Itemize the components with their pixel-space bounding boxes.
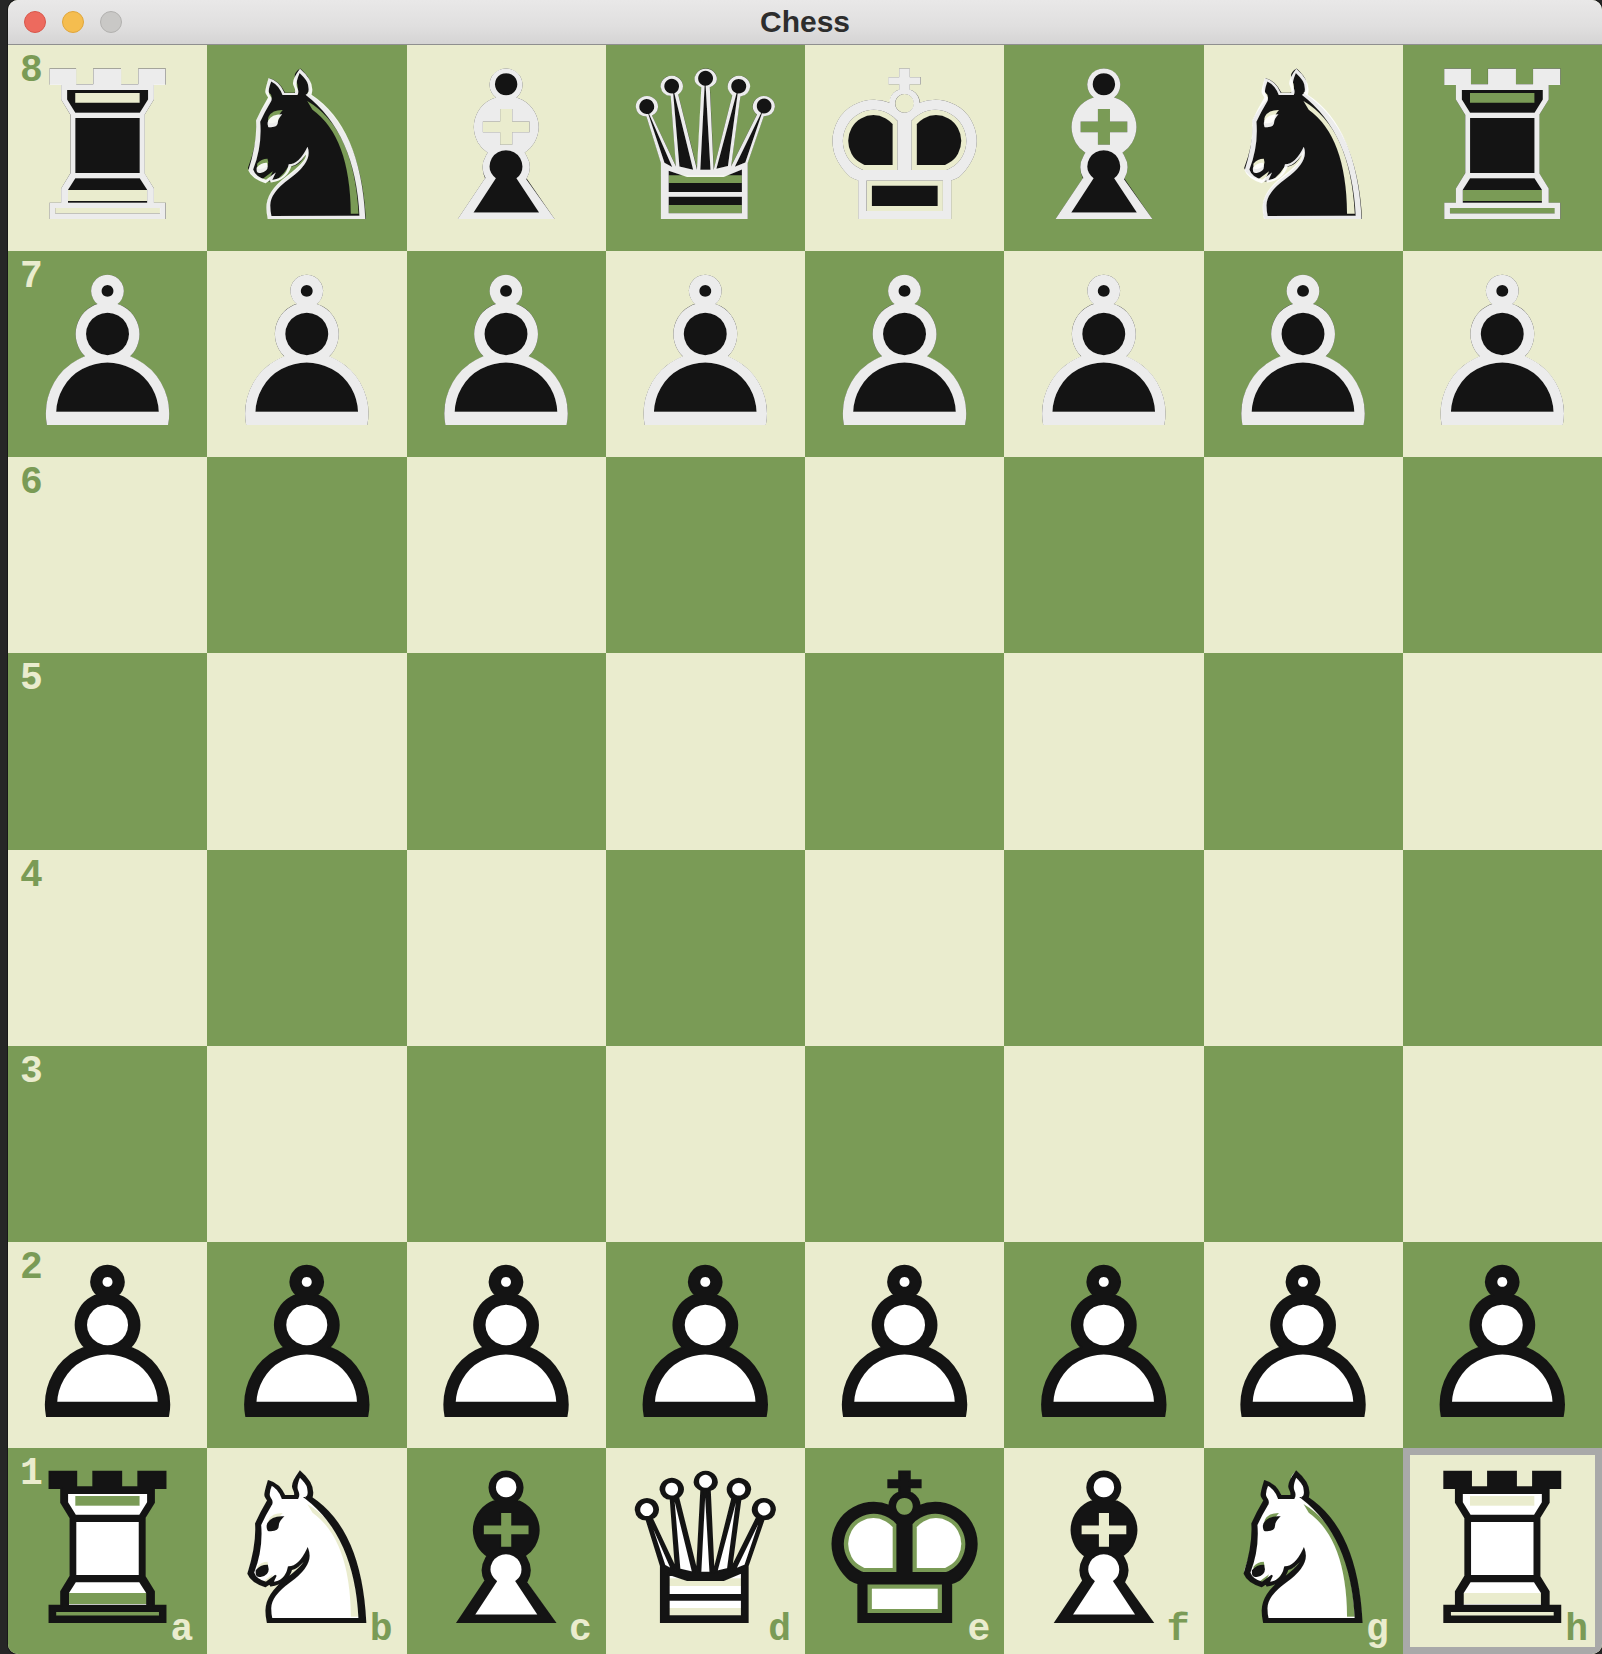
black-pawn-piece[interactable]: ♟♙: [407, 251, 606, 457]
piece-outline-glyph: ♘: [1204, 45, 1403, 251]
piece-outline-glyph: ♙: [1004, 251, 1203, 457]
square-e6[interactable]: [805, 457, 1004, 653]
black-pawn-piece[interactable]: ♟♙: [1004, 251, 1203, 457]
square-c4[interactable]: [407, 850, 606, 1046]
square-b4[interactable]: [207, 850, 406, 1046]
white-rook-piece[interactable]: ♜♖: [8, 1448, 207, 1654]
piece-outline-glyph: ♙: [805, 251, 1004, 457]
piece-outline-glyph: ♖: [8, 45, 207, 251]
square-a7[interactable]: ♟♙7: [8, 251, 207, 457]
square-e1[interactable]: ♚♔e: [805, 1448, 1004, 1654]
square-d3[interactable]: [606, 1046, 805, 1242]
square-c1[interactable]: ♝♗c: [407, 1448, 606, 1654]
square-h4[interactable]: [1403, 850, 1602, 1046]
chess-app-window: Chess ♜♖8♞♘♝♗♛♕♚♔♝♗♞♘♜♖♟♙7♟♙♟♙♟♙♟♙♟♙♟♙♟♙…: [8, 0, 1602, 1654]
square-f6[interactable]: [1004, 457, 1203, 653]
white-bishop-piece[interactable]: ♝♗: [407, 1448, 606, 1654]
white-rook-piece[interactable]: ♜♖: [1403, 1448, 1602, 1654]
black-rook-piece[interactable]: ♜♖: [1403, 45, 1602, 251]
square-e7[interactable]: ♟♙: [805, 251, 1004, 457]
square-f2[interactable]: ♟♙: [1004, 1242, 1203, 1448]
square-c6[interactable]: [407, 457, 606, 653]
square-h7[interactable]: ♟♙: [1403, 251, 1602, 457]
square-a6[interactable]: 6: [8, 457, 207, 653]
piece-outline-glyph: ♖: [1403, 45, 1602, 251]
piece-outline-glyph: ♙: [1204, 251, 1403, 457]
square-g1[interactable]: ♞♘g: [1204, 1448, 1403, 1654]
white-pawn-piece[interactable]: ♟♙: [207, 1242, 406, 1448]
square-h1[interactable]: ♜♖h: [1403, 1448, 1602, 1654]
square-e5[interactable]: [805, 653, 1004, 849]
piece-outline-glyph: ♙: [1403, 1242, 1602, 1448]
piece-outline-glyph: ♔: [805, 45, 1004, 251]
piece-outline-glyph: ♘: [207, 45, 406, 251]
chess-board: ♜♖8♞♘♝♗♛♕♚♔♝♗♞♘♜♖♟♙7♟♙♟♙♟♙♟♙♟♙♟♙♟♙6543♟♙…: [8, 45, 1602, 1654]
square-g4[interactable]: [1204, 850, 1403, 1046]
white-king-piece[interactable]: ♚♔: [805, 1448, 1004, 1654]
piece-outline-glyph: ♔: [805, 1448, 1004, 1654]
square-f1[interactable]: ♝♗f: [1004, 1448, 1203, 1654]
square-b1[interactable]: ♞♘b: [207, 1448, 406, 1654]
piece-outline-glyph: ♘: [207, 1448, 406, 1654]
piece-outline-glyph: ♙: [207, 251, 406, 457]
piece-outline-glyph: ♙: [1004, 1242, 1203, 1448]
square-e2[interactable]: ♟♙: [805, 1242, 1004, 1448]
white-pawn-piece[interactable]: ♟♙: [606, 1242, 805, 1448]
black-rook-piece[interactable]: ♜♖: [8, 45, 207, 251]
square-d7[interactable]: ♟♙: [606, 251, 805, 457]
square-a1[interactable]: ♜♖1a: [8, 1448, 207, 1654]
white-pawn-piece[interactable]: ♟♙: [407, 1242, 606, 1448]
black-knight-piece[interactable]: ♞♘: [207, 45, 406, 251]
rank-label-5: 5: [20, 660, 43, 698]
square-g3[interactable]: [1204, 1046, 1403, 1242]
white-queen-piece[interactable]: ♛♕: [606, 1448, 805, 1654]
square-h8[interactable]: ♜♖: [1403, 45, 1602, 251]
piece-outline-glyph: ♙: [606, 251, 805, 457]
piece-outline-glyph: ♙: [8, 1242, 207, 1448]
square-f7[interactable]: ♟♙: [1004, 251, 1203, 457]
rank-label-6: 6: [20, 464, 43, 502]
piece-outline-glyph: ♙: [207, 1242, 406, 1448]
white-bishop-piece[interactable]: ♝♗: [1004, 1448, 1203, 1654]
square-d5[interactable]: [606, 653, 805, 849]
square-d4[interactable]: [606, 850, 805, 1046]
black-pawn-piece[interactable]: ♟♙: [805, 251, 1004, 457]
square-b2[interactable]: ♟♙: [207, 1242, 406, 1448]
white-pawn-piece[interactable]: ♟♙: [1004, 1242, 1203, 1448]
piece-outline-glyph: ♕: [606, 45, 805, 251]
black-queen-piece[interactable]: ♛♕: [606, 45, 805, 251]
square-g2[interactable]: ♟♙: [1204, 1242, 1403, 1448]
square-f3[interactable]: [1004, 1046, 1203, 1242]
black-king-piece[interactable]: ♚♔: [805, 45, 1004, 251]
white-knight-piece[interactable]: ♞♘: [207, 1448, 406, 1654]
square-e3[interactable]: [805, 1046, 1004, 1242]
piece-outline-glyph: ♗: [407, 1448, 606, 1654]
square-f8[interactable]: ♝♗: [1004, 45, 1203, 251]
square-d1[interactable]: ♛♕d: [606, 1448, 805, 1654]
square-f4[interactable]: [1004, 850, 1203, 1046]
rank-label-3: 3: [20, 1053, 43, 1091]
black-bishop-piece[interactable]: ♝♗: [1004, 45, 1203, 251]
rank-label-4: 4: [20, 857, 43, 895]
square-e4[interactable]: [805, 850, 1004, 1046]
title-bar[interactable]: Chess: [8, 0, 1602, 45]
square-a2[interactable]: ♟♙2: [8, 1242, 207, 1448]
white-pawn-piece[interactable]: ♟♙: [8, 1242, 207, 1448]
black-bishop-piece[interactable]: ♝♗: [407, 45, 606, 251]
white-pawn-piece[interactable]: ♟♙: [805, 1242, 1004, 1448]
piece-outline-glyph: ♗: [1004, 1448, 1203, 1654]
piece-outline-glyph: ♙: [1403, 251, 1602, 457]
square-b7[interactable]: ♟♙: [207, 251, 406, 457]
square-c2[interactable]: ♟♙: [407, 1242, 606, 1448]
black-pawn-piece[interactable]: ♟♙: [1403, 251, 1602, 457]
black-pawn-piece[interactable]: ♟♙: [1204, 251, 1403, 457]
square-g6[interactable]: [1204, 457, 1403, 653]
square-h3[interactable]: [1403, 1046, 1602, 1242]
white-pawn-piece[interactable]: ♟♙: [1403, 1242, 1602, 1448]
square-d6[interactable]: [606, 457, 805, 653]
square-a4[interactable]: 4: [8, 850, 207, 1046]
piece-outline-glyph: ♘: [1204, 1448, 1403, 1654]
square-h5[interactable]: [1403, 653, 1602, 849]
square-c8[interactable]: ♝♗: [407, 45, 606, 251]
square-h6[interactable]: [1403, 457, 1602, 653]
piece-outline-glyph: ♙: [1204, 1242, 1403, 1448]
square-a8[interactable]: ♜♖8: [8, 45, 207, 251]
square-b8[interactable]: ♞♘: [207, 45, 406, 251]
square-g5[interactable]: [1204, 653, 1403, 849]
piece-outline-glyph: ♙: [407, 1242, 606, 1448]
square-a3[interactable]: 3: [8, 1046, 207, 1242]
black-pawn-piece[interactable]: ♟♙: [606, 251, 805, 457]
white-knight-piece[interactable]: ♞♘: [1204, 1448, 1403, 1654]
square-g7[interactable]: ♟♙: [1204, 251, 1403, 457]
piece-outline-glyph: ♙: [407, 251, 606, 457]
square-d2[interactable]: ♟♙: [606, 1242, 805, 1448]
piece-outline-glyph: ♖: [1403, 1448, 1602, 1654]
square-d8[interactable]: ♛♕: [606, 45, 805, 251]
piece-outline-glyph: ♗: [407, 45, 606, 251]
window-title: Chess: [8, 0, 1602, 44]
piece-outline-glyph: ♙: [805, 1242, 1004, 1448]
piece-outline-glyph: ♗: [1004, 45, 1203, 251]
piece-outline-glyph: ♙: [606, 1242, 805, 1448]
square-b6[interactable]: [207, 457, 406, 653]
square-a5[interactable]: 5: [8, 653, 207, 849]
square-e8[interactable]: ♚♔: [805, 45, 1004, 251]
square-c3[interactable]: [407, 1046, 606, 1242]
white-pawn-piece[interactable]: ♟♙: [1204, 1242, 1403, 1448]
black-pawn-piece[interactable]: ♟♙: [207, 251, 406, 457]
square-h2[interactable]: ♟♙: [1403, 1242, 1602, 1448]
black-pawn-piece[interactable]: ♟♙: [8, 251, 207, 457]
square-f5[interactable]: [1004, 653, 1203, 849]
square-b3[interactable]: [207, 1046, 406, 1242]
piece-outline-glyph: ♙: [8, 251, 207, 457]
square-c7[interactable]: ♟♙: [407, 251, 606, 457]
square-c5[interactable]: [407, 653, 606, 849]
black-knight-piece[interactable]: ♞♘: [1204, 45, 1403, 251]
square-g8[interactable]: ♞♘: [1204, 45, 1403, 251]
square-b5[interactable]: [207, 653, 406, 849]
piece-outline-glyph: ♕: [606, 1448, 805, 1654]
piece-outline-glyph: ♖: [8, 1448, 207, 1654]
